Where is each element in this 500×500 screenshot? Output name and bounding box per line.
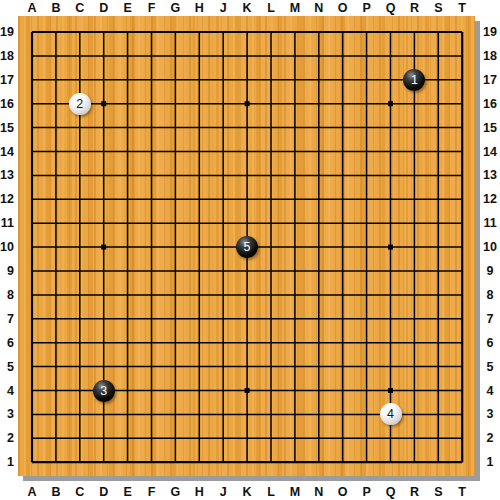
row-label-right: 8 [480,287,500,303]
column-label-bottom: J [213,484,233,500]
column-label-bottom: G [165,484,185,500]
white-stone-Q3[interactable]: 4 [380,403,402,425]
row-label-right: 11 [480,215,500,231]
move-number: 1 [411,73,418,87]
star-point [101,245,106,250]
column-label-top: P [357,0,377,16]
row-label-right: 17 [480,72,500,88]
row-label-right: 10 [480,239,500,255]
star-point [245,101,250,106]
row-label-right: 9 [480,263,500,279]
move-number: 2 [76,97,83,111]
star-point [388,101,393,106]
column-label-top: D [94,0,114,16]
row-label-right: 1 [480,454,500,470]
column-label-bottom: E [118,484,138,500]
move-number: 5 [244,240,251,254]
row-label-left: 8 [0,287,14,303]
star-point [245,388,250,393]
column-label-bottom: F [142,484,162,500]
row-label-left: 13 [0,167,14,183]
column-label-top: B [46,0,66,16]
column-label-top: A [22,0,42,16]
star-point [101,101,106,106]
row-label-left: 10 [0,239,14,255]
column-label-top: Q [381,0,401,16]
row-label-right: 18 [480,48,500,64]
row-label-right: 13 [480,167,500,183]
column-label-bottom: A [22,484,42,500]
column-label-bottom: T [452,484,472,500]
row-label-left: 5 [0,359,14,375]
row-label-right: 15 [480,120,500,136]
column-label-bottom: K [237,484,257,500]
row-label-right: 4 [480,383,500,399]
move-number: 3 [100,384,107,398]
row-label-left: 15 [0,120,14,136]
column-label-top: H [189,0,209,16]
row-label-right: 5 [480,359,500,375]
row-label-right: 3 [480,406,500,422]
column-label-bottom: S [428,484,448,500]
row-label-left: 11 [0,215,14,231]
column-label-top: C [70,0,90,16]
column-label-top: R [404,0,424,16]
black-stone-D4[interactable]: 3 [93,380,115,402]
column-label-bottom: D [94,484,114,500]
column-label-bottom: R [404,484,424,500]
column-label-top: G [165,0,185,16]
column-label-bottom: Q [381,484,401,500]
column-label-bottom: P [357,484,377,500]
column-label-top: F [142,0,162,16]
column-label-bottom: M [285,484,305,500]
row-label-right: 2 [480,430,500,446]
column-label-bottom: N [309,484,329,500]
row-label-left: 16 [0,96,14,112]
column-label-top: E [118,0,138,16]
row-label-left: 7 [0,311,14,327]
row-label-left: 3 [0,406,14,422]
row-label-right: 14 [480,144,500,160]
row-label-left: 19 [0,24,14,40]
column-label-bottom: C [70,484,90,500]
row-label-left: 9 [0,263,14,279]
column-label-top: L [261,0,281,16]
row-label-left: 12 [0,191,14,207]
star-point [388,388,393,393]
column-label-bottom: L [261,484,281,500]
column-label-top: N [309,0,329,16]
move-number: 4 [387,407,394,421]
go-board[interactable]: 12345 [18,16,475,476]
column-label-bottom: H [189,484,209,500]
row-label-right: 7 [480,311,500,327]
white-stone-C16[interactable]: 2 [69,93,91,115]
column-label-top: K [237,0,257,16]
column-label-bottom: B [46,484,66,500]
row-label-right: 6 [480,335,500,351]
column-label-bottom: O [333,484,353,500]
star-point [388,245,393,250]
row-label-left: 17 [0,72,14,88]
row-label-left: 2 [0,430,14,446]
column-label-top: O [333,0,353,16]
column-label-top: J [213,0,233,16]
row-label-right: 16 [480,96,500,112]
go-diagram: ABCDEFGHJKLMNOPQRST ABCDEFGHJKLMNOPQRST … [0,0,500,500]
row-label-left: 18 [0,48,14,64]
column-label-top: T [452,0,472,16]
row-label-left: 1 [0,454,14,470]
row-label-left: 6 [0,335,14,351]
row-label-right: 19 [480,24,500,40]
column-label-top: S [428,0,448,16]
row-label-left: 14 [0,144,14,160]
row-label-left: 4 [0,383,14,399]
row-label-right: 12 [480,191,500,207]
column-label-top: M [285,0,305,16]
